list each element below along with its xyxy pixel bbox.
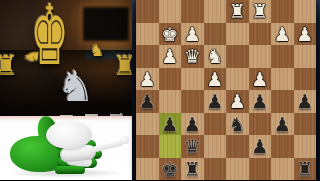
square-h7[interactable]	[136, 135, 159, 158]
cartoon-head	[46, 121, 92, 149]
square-e1[interactable]	[204, 0, 227, 23]
square-g3[interactable]: ♟	[159, 45, 182, 68]
square-b6[interactable]: ♟	[271, 113, 294, 136]
square-a3[interactable]	[294, 45, 317, 68]
silver-knight-icon: ♞	[57, 66, 95, 108]
white-pawn[interactable]: ♟	[161, 45, 178, 68]
square-f2[interactable]: ♟	[181, 23, 204, 46]
chess-board: ♜♜♚♟♟♟♟♛♞♟♟♟♟♟♟♟♟♟♟♞♟♛♟♚♜♜	[136, 0, 316, 180]
square-a5[interactable]: ♟	[294, 90, 317, 113]
square-b3[interactable]	[271, 45, 294, 68]
square-c2[interactable]	[249, 23, 272, 46]
square-e6[interactable]	[204, 113, 227, 136]
black-queen[interactable]: ♛	[184, 135, 201, 158]
square-g2[interactable]: ♚	[159, 23, 182, 46]
square-h3[interactable]	[136, 45, 159, 68]
square-f8[interactable]: ♜	[181, 158, 204, 181]
square-d4[interactable]	[226, 68, 249, 91]
square-b8[interactable]	[271, 158, 294, 181]
square-e4[interactable]: ♟	[204, 68, 227, 91]
cartoon-arm	[92, 139, 125, 153]
square-g5[interactable]	[159, 90, 182, 113]
black-pawn[interactable]: ♟	[206, 90, 223, 113]
square-c5[interactable]: ♟	[249, 90, 272, 113]
white-rook[interactable]: ♜	[251, 0, 268, 23]
black-knight[interactable]: ♞	[229, 113, 246, 136]
square-a8[interactable]: ♜	[294, 158, 317, 181]
square-a2[interactable]: ♟	[294, 23, 317, 46]
square-f4[interactable]	[181, 68, 204, 91]
black-pawn[interactable]: ♟	[274, 113, 291, 136]
square-f6[interactable]: ♟	[181, 113, 204, 136]
square-f3[interactable]: ♛	[181, 45, 204, 68]
square-a4[interactable]	[294, 68, 317, 91]
gold-rook-right-icon: ♜	[113, 52, 132, 79]
square-b5[interactable]	[271, 90, 294, 113]
square-e3[interactable]: ♞	[204, 45, 227, 68]
square-h4[interactable]: ♟	[136, 68, 159, 91]
square-a1[interactable]	[294, 0, 317, 23]
black-king[interactable]: ♚	[161, 158, 178, 181]
square-g1[interactable]	[159, 0, 182, 23]
photo-background-shape	[83, 7, 129, 41]
square-h6[interactable]	[136, 113, 159, 136]
white-pawn[interactable]: ♟	[229, 90, 246, 113]
square-g6[interactable]: ♟	[159, 113, 182, 136]
square-c3[interactable]	[249, 45, 272, 68]
square-d1[interactable]: ♜	[226, 0, 249, 23]
black-rook[interactable]: ♜	[184, 158, 201, 181]
square-g7[interactable]	[159, 135, 182, 158]
square-e8[interactable]	[204, 158, 227, 181]
square-b7[interactable]	[271, 135, 294, 158]
cartoon-hand	[121, 136, 129, 144]
black-pawn[interactable]: ♟	[161, 113, 178, 136]
square-d6[interactable]: ♞	[226, 113, 249, 136]
square-d8[interactable]	[226, 158, 249, 181]
square-b1[interactable]	[271, 0, 294, 23]
square-f1[interactable]	[181, 0, 204, 23]
square-d5[interactable]: ♟	[226, 90, 249, 113]
white-rook[interactable]: ♜	[229, 0, 246, 23]
green-glove-finger	[55, 166, 85, 174]
square-b2[interactable]: ♟	[271, 23, 294, 46]
square-d3[interactable]	[226, 45, 249, 68]
black-pawn[interactable]: ♟	[251, 135, 268, 158]
square-c6[interactable]	[249, 113, 272, 136]
square-h1[interactable]	[136, 0, 159, 23]
white-queen[interactable]: ♛	[184, 45, 201, 68]
square-d7[interactable]	[226, 135, 249, 158]
black-pawn[interactable]: ♟	[139, 90, 156, 113]
square-c7[interactable]: ♟	[249, 135, 272, 158]
square-h2[interactable]	[136, 23, 159, 46]
square-a7[interactable]	[294, 135, 317, 158]
square-e5[interactable]: ♟	[204, 90, 227, 113]
square-h5[interactable]: ♟	[136, 90, 159, 113]
black-pawn[interactable]: ♟	[184, 113, 201, 136]
square-c4[interactable]: ♟	[249, 68, 272, 91]
square-a6[interactable]	[294, 113, 317, 136]
video-thumbnail: ♜ ♞ ♚ ♞ ♞ ♜ ♜♜♚♟♟♟♟♛♞♟♟♟♟♟♟♟♟♟♟♞♟♛♟♚♜♜	[0, 0, 320, 180]
white-pawn[interactable]: ♟	[206, 68, 223, 91]
square-h8[interactable]	[136, 158, 159, 181]
white-pawn[interactable]: ♟	[184, 23, 201, 46]
square-b4[interactable]	[271, 68, 294, 91]
gold-rook-left-icon: ♜	[0, 52, 18, 80]
white-pawn[interactable]: ♟	[296, 23, 313, 46]
gold-knight-right-icon: ♞	[90, 43, 104, 59]
white-pawn[interactable]: ♟	[139, 68, 156, 91]
square-f5[interactable]	[181, 90, 204, 113]
black-pawn[interactable]: ♟	[251, 90, 268, 113]
white-knight[interactable]: ♞	[206, 45, 223, 68]
black-pawn[interactable]: ♟	[296, 90, 313, 113]
left-panel: ♜ ♞ ♚ ♞ ♞ ♜	[0, 0, 132, 180]
white-pawn[interactable]: ♟	[251, 68, 268, 91]
white-pawn[interactable]: ♟	[274, 23, 291, 46]
square-c8[interactable]	[249, 158, 272, 181]
square-g8[interactable]: ♚	[159, 158, 182, 181]
white-king[interactable]: ♚	[161, 23, 178, 46]
chess-set-photo: ♜ ♞ ♚ ♞ ♞ ♜	[0, 0, 132, 116]
square-d2[interactable]	[226, 23, 249, 46]
black-rook[interactable]: ♜	[296, 158, 313, 181]
square-c1[interactable]: ♜	[249, 0, 272, 23]
cartoon-figure-image	[0, 116, 132, 180]
square-e7[interactable]	[204, 135, 227, 158]
square-f7[interactable]: ♛	[181, 135, 204, 158]
square-e2[interactable]	[204, 23, 227, 46]
square-g4[interactable]	[159, 68, 182, 91]
